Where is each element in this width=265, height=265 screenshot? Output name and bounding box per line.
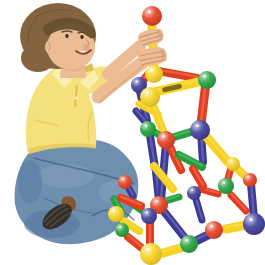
- toy-ball-pip: [113, 210, 115, 212]
- toy-ball-pip: [122, 178, 124, 180]
- toy-ball-gloss: [243, 173, 257, 187]
- photo-canvas: Young boy in a yellow polo shirt and blu…: [0, 0, 265, 265]
- toy-ball-pip: [250, 218, 253, 221]
- jeans-shadow-left: [18, 160, 42, 204]
- cheek-blush: [83, 44, 90, 51]
- toy-ball-gloss: [140, 87, 160, 107]
- toy-ball-pip: [136, 81, 138, 83]
- toy-ball-gloss: [140, 243, 162, 265]
- toy-ball-pip: [147, 248, 150, 251]
- toy-ball-gloss: [243, 213, 265, 235]
- right-eye: [80, 35, 83, 39]
- toy-ball-pip: [148, 10, 151, 13]
- toy-ball-pip: [146, 212, 148, 214]
- toy-ball-gloss: [142, 6, 162, 26]
- toy-ball-gloss: [118, 175, 132, 189]
- toy-ball-pip: [191, 189, 193, 191]
- toy-ball-gloss: [157, 131, 175, 149]
- toy-ball-gloss: [108, 206, 124, 222]
- toy-ball-pip: [203, 75, 206, 78]
- toy-ball-pip: [210, 225, 213, 228]
- toy-ball-pip: [196, 124, 199, 127]
- toy-ball-gloss: [115, 223, 129, 237]
- toy-ball-pip: [146, 91, 149, 94]
- toy-ball-pip: [230, 160, 232, 162]
- toy-ball-pip: [119, 226, 121, 228]
- toy-ball-pip: [162, 135, 165, 138]
- toy-ball-pip: [155, 200, 158, 203]
- left-eye: [65, 34, 68, 38]
- toy-ball-gloss: [180, 235, 198, 253]
- toy-ball-gloss: [190, 120, 210, 140]
- shirt-button: [74, 96, 77, 99]
- toy-ball-pip: [247, 176, 249, 178]
- toy-ball-pip: [150, 69, 153, 72]
- toy-ball-gloss: [198, 71, 216, 89]
- toy-ball-gloss: [140, 121, 156, 137]
- toy-ball-gloss: [187, 186, 201, 200]
- toy-ball-pip: [223, 182, 225, 184]
- jeans-highlight: [38, 164, 94, 188]
- toy-ball-gloss: [226, 157, 240, 171]
- toy-ball-pip: [145, 125, 147, 127]
- toy-ball-gloss: [141, 208, 157, 224]
- toy-ball-gloss: [205, 221, 223, 239]
- head: [20, 3, 96, 78]
- toy-ball-gloss: [218, 178, 234, 194]
- toy-ball-pip: [185, 239, 188, 242]
- toy-ball-gloss: [145, 65, 163, 83]
